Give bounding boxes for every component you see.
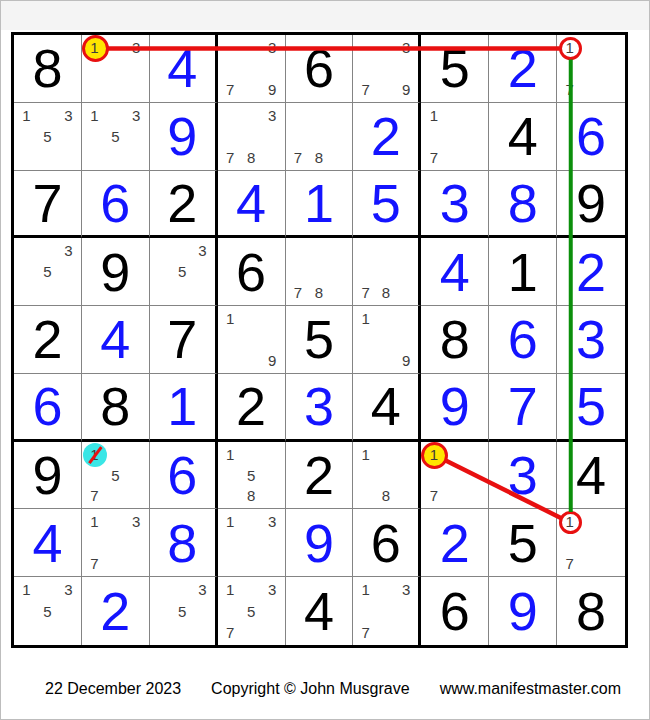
given-digit: 9 <box>14 442 81 509</box>
candidate-digit: 7 <box>220 79 241 100</box>
solved-digit: 3 <box>421 171 488 236</box>
given-digit: 2 <box>150 171 215 236</box>
given-digit: 8 <box>421 306 488 373</box>
candidate-digit: 3 <box>262 511 283 532</box>
candidate-digit: 7 <box>288 147 309 168</box>
candidate-grid: 17 <box>557 35 625 102</box>
candidate-grid: 135 <box>82 103 149 170</box>
solved-digit: 8 <box>489 171 556 236</box>
solved-digit: 9 <box>150 103 215 170</box>
candidate-digit: 9 <box>396 79 416 100</box>
candidate-digit: 3 <box>58 105 79 126</box>
cell-r6c2[interactable]: 8 <box>82 374 150 442</box>
candidate-grid: 17 <box>421 442 488 509</box>
given-digit: 6 <box>218 238 285 305</box>
candidate-grid: 378 <box>218 103 285 170</box>
cell-r1c9[interactable]: 17 <box>557 35 625 103</box>
candidate-digit: 1 <box>559 37 580 58</box>
cell-r9c4[interactable]: 1357 <box>218 577 286 645</box>
candidate-digit: 3 <box>126 105 147 126</box>
given-digit: 8 <box>557 577 625 645</box>
candidate-digit: 1 <box>16 105 37 126</box>
cell-r2c3[interactable]: 9 <box>150 103 218 171</box>
cell-r8c8[interactable]: 5 <box>489 509 557 577</box>
candidate-digit: 3 <box>262 37 283 58</box>
candidate-digit: 7 <box>288 282 309 303</box>
given-digit: 4 <box>353 374 418 439</box>
cell-r7c8[interactable]: 3 <box>489 442 557 510</box>
cell-r3c2[interactable]: 6 <box>82 171 150 239</box>
candidate-grid: 35 <box>150 238 215 305</box>
candidate-digit: 5 <box>105 126 126 147</box>
candidate-digit: 1 <box>84 105 105 126</box>
cell-r6c1[interactable]: 6 <box>14 374 82 442</box>
candidate-digit: 1 <box>84 511 105 532</box>
candidate-digit: 1 <box>423 444 444 465</box>
candidate-grid: 78 <box>286 238 353 305</box>
candidate-grid: 19 <box>353 306 418 373</box>
candidate-grid: 137 <box>353 577 418 645</box>
candidate-digit: 5 <box>172 261 192 282</box>
candidate-digit: 3 <box>262 105 283 126</box>
cell-r5c1[interactable]: 2 <box>14 306 82 374</box>
cell-r9c5[interactable]: 4 <box>286 577 354 645</box>
cell-r4c3[interactable]: 35 <box>150 238 218 306</box>
candidate-digit: 3 <box>126 511 147 532</box>
candidate-digit: 1 <box>220 511 241 532</box>
candidate-digit: 1 <box>423 105 444 126</box>
cell-r3c3[interactable]: 2 <box>150 171 218 239</box>
cell-r2c1[interactable]: 135 <box>14 103 82 171</box>
given-digit: 7 <box>150 306 215 373</box>
cell-r6c6[interactable]: 4 <box>353 374 421 442</box>
cell-r8c6[interactable]: 6 <box>353 509 421 577</box>
cell-r7c9[interactable]: 4 <box>557 442 625 510</box>
sudoku-page: 8134379637952171351359378782174676241538… <box>0 0 650 720</box>
solved-digit: 6 <box>82 171 149 236</box>
solved-digit: 2 <box>82 577 149 645</box>
cell-r8c3[interactable]: 8 <box>150 509 218 577</box>
sudoku-board: 8134379637952171351359378782174676241538… <box>11 32 628 648</box>
cell-r6c8[interactable]: 7 <box>489 374 557 442</box>
solved-digit: 4 <box>150 35 215 102</box>
cell-r3c9[interactable]: 9 <box>557 171 625 239</box>
candidate-digit: 3 <box>192 240 212 261</box>
cell-r6c7[interactable]: 9 <box>421 374 489 442</box>
cell-r8c9[interactable]: 17 <box>557 509 625 577</box>
cell-r5c7[interactable]: 8 <box>421 306 489 374</box>
solved-digit: 5 <box>353 171 418 236</box>
candidate-digit: 9 <box>262 79 283 100</box>
given-digit: 8 <box>14 35 81 102</box>
given-digit: 6 <box>286 35 353 102</box>
solved-digit: 4 <box>82 306 149 373</box>
candidate-digit: 5 <box>37 261 58 282</box>
given-digit: 6 <box>353 509 418 576</box>
cell-r4c9[interactable]: 2 <box>557 238 625 306</box>
cell-r4c5[interactable]: 78 <box>286 238 354 306</box>
cell-r7c3[interactable]: 6 <box>150 442 218 510</box>
cell-r2c8[interactable]: 4 <box>489 103 557 171</box>
footer-website[interactable]: www.manifestmaster.com <box>440 680 621 698</box>
candidate-digit: 7 <box>355 79 375 100</box>
cell-r3c8[interactable]: 8 <box>489 171 557 239</box>
solved-digit: 4 <box>421 238 488 305</box>
cell-r3c6[interactable]: 5 <box>353 171 421 239</box>
cell-r7c2[interactable]: 157 <box>82 442 150 510</box>
given-digit: 4 <box>489 103 556 170</box>
solved-digit: 6 <box>557 103 625 170</box>
footer-copyright: Copyright © John Musgrave <box>211 680 410 698</box>
candidate-digit: 8 <box>241 147 262 168</box>
candidate-digit: 7 <box>84 486 105 507</box>
cell-r1c1[interactable]: 8 <box>14 35 82 103</box>
candidate-digit: 5 <box>37 600 58 621</box>
solved-digit: 6 <box>14 374 81 439</box>
cell-r7c5[interactable]: 2 <box>286 442 354 510</box>
cell-r1c7[interactable]: 5 <box>421 35 489 103</box>
candidate-grid: 35 <box>14 238 81 305</box>
candidate-digit: 7 <box>559 553 580 574</box>
candidate-digit: 7 <box>355 282 375 303</box>
cell-r1c6[interactable]: 379 <box>353 35 421 103</box>
cell-r3c5[interactable]: 1 <box>286 171 354 239</box>
given-digit: 1 <box>489 238 556 305</box>
given-digit: 5 <box>489 509 556 576</box>
candidate-grid: 35 <box>150 577 215 645</box>
candidate-digit: 7 <box>220 147 241 168</box>
cell-r3c4[interactable]: 4 <box>218 171 286 239</box>
cell-r6c5[interactable]: 3 <box>286 374 354 442</box>
cell-r5c6[interactable]: 19 <box>353 306 421 374</box>
cell-r8c5[interactable]: 9 <box>286 509 354 577</box>
cell-r9c6[interactable]: 137 <box>353 577 421 645</box>
solved-digit: 3 <box>489 442 556 509</box>
cell-r6c3[interactable]: 1 <box>150 374 218 442</box>
candidate-grid: 78 <box>286 103 353 170</box>
candidate-digit: 1 <box>355 579 375 600</box>
candidate-grid: 379 <box>218 35 285 102</box>
cell-r2c5[interactable]: 78 <box>286 103 354 171</box>
cell-r9c3[interactable]: 35 <box>150 577 218 645</box>
candidate-digit: 3 <box>396 579 416 600</box>
given-digit: 8 <box>82 374 149 439</box>
given-digit: 4 <box>557 442 625 509</box>
solved-digit: 9 <box>286 509 353 576</box>
candidate-digit: 1 <box>84 444 105 465</box>
candidate-digit: 8 <box>376 486 396 507</box>
candidate-grid: 137 <box>82 509 149 576</box>
given-digit: 7 <box>14 171 81 236</box>
candidate-digit: 7 <box>355 622 375 643</box>
solved-digit: 1 <box>286 171 353 236</box>
candidate-digit: 9 <box>396 350 416 371</box>
candidate-digit: 8 <box>309 147 330 168</box>
cell-r2c9[interactable]: 6 <box>557 103 625 171</box>
solved-digit: 6 <box>150 442 215 509</box>
given-digit: 2 <box>286 442 353 509</box>
candidate-digit: 5 <box>37 126 58 147</box>
candidate-digit: 1 <box>220 579 241 600</box>
solved-digit: 2 <box>489 35 556 102</box>
candidate-digit: 1 <box>559 511 580 532</box>
top-margin-strip <box>1 1 649 30</box>
candidate-digit: 1 <box>220 308 241 329</box>
solved-digit: 9 <box>489 577 556 645</box>
cell-r2c6[interactable]: 2 <box>353 103 421 171</box>
candidate-digit: 7 <box>423 147 444 168</box>
candidate-digit: 5 <box>241 600 262 621</box>
candidate-digit: 5 <box>105 465 126 486</box>
candidate-grid: 379 <box>353 35 418 102</box>
cell-r6c4[interactable]: 2 <box>218 374 286 442</box>
candidate-digit: 7 <box>559 79 580 100</box>
candidate-digit: 1 <box>220 444 241 465</box>
candidate-digit: 8 <box>241 486 262 507</box>
cell-r9c8[interactable]: 9 <box>489 577 557 645</box>
cell-r8c7[interactable]: 2 <box>421 509 489 577</box>
candidate-digit: 8 <box>376 282 396 303</box>
given-digit: 9 <box>557 171 625 236</box>
given-digit: 6 <box>421 577 488 645</box>
cell-r7c1[interactable]: 9 <box>14 442 82 510</box>
candidate-digit: 3 <box>396 37 416 58</box>
cell-r2c4[interactable]: 378 <box>218 103 286 171</box>
given-digit: 4 <box>286 577 353 645</box>
cell-r4c8[interactable]: 1 <box>489 238 557 306</box>
solved-digit: 3 <box>286 374 353 439</box>
candidate-digit: 1 <box>355 308 375 329</box>
cell-r3c1[interactable]: 7 <box>14 171 82 239</box>
candidate-digit: 5 <box>241 465 262 486</box>
cell-r1c8[interactable]: 2 <box>489 35 557 103</box>
cell-r5c4[interactable]: 19 <box>218 306 286 374</box>
cell-r5c9[interactable]: 3 <box>557 306 625 374</box>
cell-r8c1[interactable]: 4 <box>14 509 82 577</box>
cell-r5c5[interactable]: 5 <box>286 306 354 374</box>
candidate-digit: 1 <box>16 579 37 600</box>
candidate-digit: 7 <box>84 553 105 574</box>
candidate-grid: 135 <box>14 103 81 170</box>
cell-r4c1[interactable]: 35 <box>14 238 82 306</box>
candidate-grid: 1357 <box>218 577 285 645</box>
candidate-digit: 7 <box>220 622 241 643</box>
given-digit: 5 <box>286 306 353 373</box>
cell-r7c4[interactable]: 158 <box>218 442 286 510</box>
solved-digit: 2 <box>421 509 488 576</box>
cell-r7c6[interactable]: 18 <box>353 442 421 510</box>
solved-digit: 7 <box>489 374 556 439</box>
solved-digit: 2 <box>353 103 418 170</box>
candidate-digit: 3 <box>58 240 79 261</box>
cell-r1c2[interactable]: 13 <box>82 35 150 103</box>
cell-r1c4[interactable]: 379 <box>218 35 286 103</box>
candidate-grid: 19 <box>218 306 285 373</box>
candidate-digit: 3 <box>58 579 79 600</box>
cell-r4c7[interactable]: 4 <box>421 238 489 306</box>
cell-r7c7[interactable]: 17 <box>421 442 489 510</box>
cell-r2c2[interactable]: 135 <box>82 103 150 171</box>
candidate-grid: 78 <box>353 238 418 305</box>
cell-r5c2[interactable]: 4 <box>82 306 150 374</box>
cell-r9c7[interactable]: 6 <box>421 577 489 645</box>
cell-r1c5[interactable]: 6 <box>286 35 354 103</box>
given-digit: 5 <box>421 35 488 102</box>
candidate-digit: 3 <box>192 579 212 600</box>
candidate-grid: 13 <box>82 35 149 102</box>
cell-r5c3[interactable]: 7 <box>150 306 218 374</box>
cell-r4c2[interactable]: 9 <box>82 238 150 306</box>
candidate-digit: 8 <box>309 282 330 303</box>
cell-r9c9[interactable]: 8 <box>557 577 625 645</box>
footer: 22 December 2023 Copyright © John Musgra… <box>45 680 621 698</box>
candidate-digit: 3 <box>262 579 283 600</box>
cell-r9c1[interactable]: 135 <box>14 577 82 645</box>
candidate-grid: 135 <box>14 577 81 645</box>
solved-digit: 4 <box>14 509 81 576</box>
cell-r6c9[interactable]: 5 <box>557 374 625 442</box>
candidate-grid: 157 <box>82 442 149 509</box>
candidate-digit: 9 <box>262 350 283 371</box>
candidate-grid: 13 <box>218 509 285 576</box>
given-digit: 2 <box>218 374 285 439</box>
cell-r2c7[interactable]: 17 <box>421 103 489 171</box>
candidate-grid: 17 <box>557 509 625 576</box>
cell-r4c6[interactable]: 78 <box>353 238 421 306</box>
candidate-digit: 1 <box>355 444 375 465</box>
candidate-grid: 158 <box>218 442 285 509</box>
cell-r8c2[interactable]: 137 <box>82 509 150 577</box>
solved-digit: 9 <box>421 374 488 439</box>
candidate-digit: 7 <box>423 486 444 507</box>
candidate-digit: 5 <box>172 600 192 621</box>
cell-r9c2[interactable]: 2 <box>82 577 150 645</box>
solved-digit: 4 <box>218 171 285 236</box>
solved-digit: 8 <box>150 509 215 576</box>
solved-digit: 1 <box>150 374 215 439</box>
solved-digit: 2 <box>557 238 625 305</box>
candidate-digit: 1 <box>84 37 105 58</box>
candidate-grid: 18 <box>353 442 418 509</box>
cell-r8c4[interactable]: 13 <box>218 509 286 577</box>
given-digit: 9 <box>82 238 149 305</box>
candidate-digit: 3 <box>126 37 147 58</box>
solved-digit: 5 <box>557 374 625 439</box>
given-digit: 2 <box>14 306 81 373</box>
solved-digit: 3 <box>557 306 625 373</box>
cell-r3c7[interactable]: 3 <box>421 171 489 239</box>
cell-r5c8[interactable]: 6 <box>489 306 557 374</box>
candidate-grid: 17 <box>421 103 488 170</box>
solved-digit: 6 <box>489 306 556 373</box>
footer-date: 22 December 2023 <box>45 680 181 698</box>
cell-r4c4[interactable]: 6 <box>218 238 286 306</box>
cell-r1c3[interactable]: 4 <box>150 35 218 103</box>
